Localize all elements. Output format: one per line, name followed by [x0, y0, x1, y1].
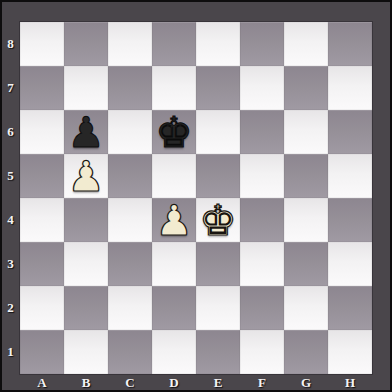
- square-b2[interactable]: [64, 286, 108, 330]
- square-f8[interactable]: [240, 22, 284, 66]
- square-h2[interactable]: [328, 286, 372, 330]
- file-label-e: E: [196, 375, 240, 390]
- rank-label-8: 8: [2, 22, 19, 66]
- white-king[interactable]: ♚: [196, 198, 240, 242]
- square-b3[interactable]: [64, 242, 108, 286]
- square-d2[interactable]: [152, 286, 196, 330]
- square-h4[interactable]: [328, 198, 372, 242]
- rank-label-5: 5: [2, 154, 19, 198]
- square-g1[interactable]: [284, 330, 328, 374]
- square-d5[interactable]: [152, 154, 196, 198]
- square-b6[interactable]: ♟: [64, 110, 108, 154]
- square-h1[interactable]: [328, 330, 372, 374]
- file-label-d: D: [152, 375, 196, 390]
- square-g7[interactable]: [284, 66, 328, 110]
- square-d4[interactable]: ♟: [152, 198, 196, 242]
- square-g6[interactable]: [284, 110, 328, 154]
- square-h3[interactable]: [328, 242, 372, 286]
- square-c6[interactable]: [108, 110, 152, 154]
- square-e6[interactable]: [196, 110, 240, 154]
- square-a2[interactable]: [20, 286, 64, 330]
- square-a3[interactable]: [20, 242, 64, 286]
- square-a8[interactable]: [20, 22, 64, 66]
- file-label-c: C: [108, 375, 152, 390]
- file-label-a: A: [20, 375, 64, 390]
- square-b7[interactable]: [64, 66, 108, 110]
- square-e7[interactable]: [196, 66, 240, 110]
- square-e2[interactable]: [196, 286, 240, 330]
- black-king[interactable]: ♚: [152, 110, 196, 154]
- square-e5[interactable]: [196, 154, 240, 198]
- square-f6[interactable]: [240, 110, 284, 154]
- white-pawn[interactable]: ♟: [152, 198, 196, 242]
- square-f1[interactable]: [240, 330, 284, 374]
- square-a7[interactable]: [20, 66, 64, 110]
- square-a1[interactable]: [20, 330, 64, 374]
- square-e1[interactable]: [196, 330, 240, 374]
- square-d1[interactable]: [152, 330, 196, 374]
- square-d7[interactable]: [152, 66, 196, 110]
- square-b1[interactable]: [64, 330, 108, 374]
- square-f5[interactable]: [240, 154, 284, 198]
- square-c7[interactable]: [108, 66, 152, 110]
- square-h6[interactable]: [328, 110, 372, 154]
- square-f4[interactable]: [240, 198, 284, 242]
- rank-label-7: 7: [2, 66, 19, 110]
- square-b8[interactable]: [64, 22, 108, 66]
- square-d3[interactable]: [152, 242, 196, 286]
- square-h8[interactable]: [328, 22, 372, 66]
- rank-label-4: 4: [2, 198, 19, 242]
- square-g5[interactable]: [284, 154, 328, 198]
- square-d8[interactable]: [152, 22, 196, 66]
- rank-label-2: 2: [2, 286, 19, 330]
- file-label-g: G: [284, 375, 328, 390]
- square-a5[interactable]: [20, 154, 64, 198]
- square-e4[interactable]: ♚: [196, 198, 240, 242]
- square-c5[interactable]: [108, 154, 152, 198]
- square-c1[interactable]: [108, 330, 152, 374]
- square-d6[interactable]: ♚: [152, 110, 196, 154]
- square-b5[interactable]: ♟: [64, 154, 108, 198]
- black-pawn[interactable]: ♟: [64, 110, 108, 154]
- chess-diagram: ♟♚♟♟♚ 87654321ABCDEFGH: [0, 0, 392, 392]
- rank-label-3: 3: [2, 242, 19, 286]
- square-c2[interactable]: [108, 286, 152, 330]
- square-b4[interactable]: [64, 198, 108, 242]
- square-h7[interactable]: [328, 66, 372, 110]
- white-pawn[interactable]: ♟: [64, 154, 108, 198]
- file-label-h: H: [328, 375, 372, 390]
- square-h5[interactable]: [328, 154, 372, 198]
- square-c3[interactable]: [108, 242, 152, 286]
- square-f3[interactable]: [240, 242, 284, 286]
- square-e8[interactable]: [196, 22, 240, 66]
- square-e3[interactable]: [196, 242, 240, 286]
- square-c4[interactable]: [108, 198, 152, 242]
- rank-label-6: 6: [2, 110, 19, 154]
- square-g2[interactable]: [284, 286, 328, 330]
- square-c8[interactable]: [108, 22, 152, 66]
- file-label-b: B: [64, 375, 108, 390]
- square-g4[interactable]: [284, 198, 328, 242]
- rank-label-1: 1: [2, 330, 19, 374]
- file-label-f: F: [240, 375, 284, 390]
- square-f2[interactable]: [240, 286, 284, 330]
- square-f7[interactable]: [240, 66, 284, 110]
- square-g3[interactable]: [284, 242, 328, 286]
- square-g8[interactable]: [284, 22, 328, 66]
- square-a4[interactable]: [20, 198, 64, 242]
- chess-board: ♟♚♟♟♚: [19, 21, 373, 375]
- square-a6[interactable]: [20, 110, 64, 154]
